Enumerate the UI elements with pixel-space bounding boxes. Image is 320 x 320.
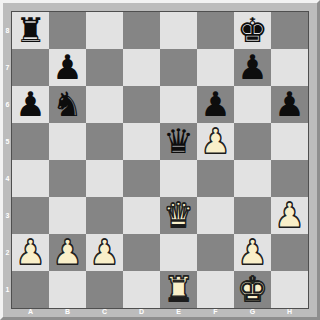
chessboard-frame: 87654321 ♜♚♟♟♟♞♟♟♛♟♛♟♟♟♟♟♜♚ ABCDEFGH (0, 0, 320, 320)
square-e1[interactable]: ♜ (160, 271, 197, 308)
square-a2[interactable]: ♟ (12, 234, 49, 271)
square-g8[interactable]: ♚ (234, 12, 271, 49)
square-h7[interactable] (271, 49, 308, 86)
file-labels: ABCDEFGH (12, 307, 308, 317)
square-e7[interactable] (160, 49, 197, 86)
file-label-g: G (234, 307, 271, 317)
square-e2[interactable] (160, 234, 197, 271)
square-a1[interactable] (12, 271, 49, 308)
square-f3[interactable] (197, 197, 234, 234)
file-label-e: E (160, 307, 197, 317)
square-g1[interactable]: ♚ (234, 271, 271, 308)
square-h8[interactable] (271, 12, 308, 49)
square-g3[interactable] (234, 197, 271, 234)
square-d8[interactable] (123, 12, 160, 49)
square-e5[interactable]: ♛ (160, 123, 197, 160)
square-b3[interactable] (49, 197, 86, 234)
square-a5[interactable] (12, 123, 49, 160)
square-b8[interactable] (49, 12, 86, 49)
square-h4[interactable] (271, 160, 308, 197)
square-f4[interactable] (197, 160, 234, 197)
square-g7[interactable]: ♟ (234, 49, 271, 86)
square-e3[interactable]: ♛ (160, 197, 197, 234)
square-f1[interactable] (197, 271, 234, 308)
rank-label-1: 1 (3, 271, 12, 308)
file-label-b: B (49, 307, 86, 317)
rank-label-6: 6 (3, 86, 12, 123)
rank-label-3: 3 (3, 197, 12, 234)
square-f8[interactable] (197, 12, 234, 49)
piece-white-queen[interactable]: ♛ (163, 198, 193, 232)
square-c4[interactable] (86, 160, 123, 197)
square-c1[interactable] (86, 271, 123, 308)
square-h5[interactable] (271, 123, 308, 160)
square-b7[interactable]: ♟ (49, 49, 86, 86)
square-f5[interactable]: ♟ (197, 123, 234, 160)
piece-white-pawn[interactable]: ♟ (200, 124, 230, 158)
piece-white-pawn[interactable]: ♟ (15, 235, 45, 269)
square-c8[interactable] (86, 12, 123, 49)
file-label-d: D (123, 307, 160, 317)
square-e8[interactable] (160, 12, 197, 49)
square-e6[interactable] (160, 86, 197, 123)
square-f2[interactable] (197, 234, 234, 271)
square-h6[interactable]: ♟ (271, 86, 308, 123)
piece-black-pawn[interactable]: ♟ (274, 87, 304, 121)
rank-labels: 87654321 (3, 12, 12, 308)
piece-black-king[interactable]: ♚ (237, 13, 267, 47)
piece-black-pawn[interactable]: ♟ (237, 50, 267, 84)
square-d2[interactable] (123, 234, 160, 271)
square-f7[interactable] (197, 49, 234, 86)
square-a4[interactable] (12, 160, 49, 197)
square-g2[interactable]: ♟ (234, 234, 271, 271)
square-d3[interactable] (123, 197, 160, 234)
square-c6[interactable] (86, 86, 123, 123)
file-label-c: C (86, 307, 123, 317)
piece-white-king[interactable]: ♚ (237, 272, 267, 306)
square-b6[interactable]: ♞ (49, 86, 86, 123)
piece-black-rook[interactable]: ♜ (15, 13, 45, 47)
square-e4[interactable] (160, 160, 197, 197)
square-b2[interactable]: ♟ (49, 234, 86, 271)
piece-white-rook[interactable]: ♜ (163, 272, 193, 306)
piece-black-pawn[interactable]: ♟ (200, 87, 230, 121)
file-label-h: H (271, 307, 308, 317)
square-h3[interactable]: ♟ (271, 197, 308, 234)
square-c3[interactable] (86, 197, 123, 234)
square-h1[interactable] (271, 271, 308, 308)
piece-black-knight[interactable]: ♞ (52, 87, 82, 121)
square-a7[interactable] (12, 49, 49, 86)
square-g4[interactable] (234, 160, 271, 197)
square-g6[interactable] (234, 86, 271, 123)
square-b1[interactable] (49, 271, 86, 308)
file-label-f: F (197, 307, 234, 317)
piece-black-queen[interactable]: ♛ (163, 124, 193, 158)
square-c2[interactable]: ♟ (86, 234, 123, 271)
rank-label-5: 5 (3, 123, 12, 160)
rank-label-7: 7 (3, 49, 12, 86)
piece-white-pawn[interactable]: ♟ (237, 235, 267, 269)
square-a6[interactable]: ♟ (12, 86, 49, 123)
square-d6[interactable] (123, 86, 160, 123)
square-b5[interactable] (49, 123, 86, 160)
piece-white-pawn[interactable]: ♟ (274, 198, 304, 232)
square-f6[interactable]: ♟ (197, 86, 234, 123)
square-d4[interactable] (123, 160, 160, 197)
square-b4[interactable] (49, 160, 86, 197)
file-label-a: A (12, 307, 49, 317)
square-d5[interactable] (123, 123, 160, 160)
piece-white-pawn[interactable]: ♟ (89, 235, 119, 269)
rank-label-2: 2 (3, 234, 12, 271)
square-g5[interactable] (234, 123, 271, 160)
square-a3[interactable] (12, 197, 49, 234)
piece-black-pawn[interactable]: ♟ (52, 50, 82, 84)
rank-label-4: 4 (3, 160, 12, 197)
square-a8[interactable]: ♜ (12, 12, 49, 49)
square-c5[interactable] (86, 123, 123, 160)
square-c7[interactable] (86, 49, 123, 86)
square-h2[interactable] (271, 234, 308, 271)
piece-white-pawn[interactable]: ♟ (52, 235, 82, 269)
chessboard: ♜♚♟♟♟♞♟♟♛♟♛♟♟♟♟♟♜♚ (12, 12, 308, 308)
square-d1[interactable] (123, 271, 160, 308)
rank-label-8: 8 (3, 12, 12, 49)
piece-black-pawn[interactable]: ♟ (15, 87, 45, 121)
square-d7[interactable] (123, 49, 160, 86)
